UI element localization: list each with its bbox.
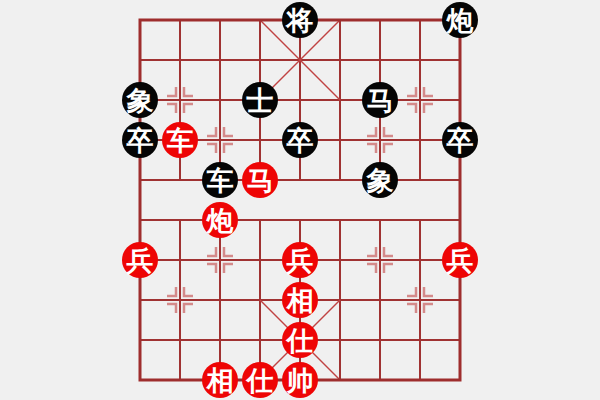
piece-black-soldier[interactable]: 卒 xyxy=(122,122,158,158)
piece-black-soldier[interactable]: 卒 xyxy=(282,122,318,158)
piece-black-elephant[interactable]: 象 xyxy=(362,162,398,198)
piece-black-soldier[interactable]: 卒 xyxy=(442,122,478,158)
piece-black-general[interactable]: 将 xyxy=(282,2,318,38)
piece-red-cannon[interactable]: 炮 xyxy=(202,202,238,238)
piece-red-soldier[interactable]: 兵 xyxy=(122,242,158,278)
piece-red-horse[interactable]: 马 xyxy=(242,162,278,198)
piece-red-elephant[interactable]: 相 xyxy=(282,282,318,318)
piece-red-chariot[interactable]: 车 xyxy=(162,122,198,158)
piece-red-soldier[interactable]: 兵 xyxy=(282,242,318,278)
xiangqi-app-window: 将炮象士马卒车卒卒车马象炮兵兵兵相仕相仕帅 xyxy=(0,0,600,400)
piece-black-cannon[interactable]: 炮 xyxy=(442,2,478,38)
piece-red-elephant[interactable]: 相 xyxy=(202,362,238,398)
piece-black-elephant[interactable]: 象 xyxy=(122,82,158,118)
piece-black-horse[interactable]: 马 xyxy=(362,82,398,118)
piece-black-chariot[interactable]: 车 xyxy=(202,162,238,198)
piece-red-general[interactable]: 帅 xyxy=(282,362,318,398)
piece-red-advisor[interactable]: 仕 xyxy=(242,362,278,398)
piece-black-advisor[interactable]: 士 xyxy=(242,82,278,118)
pieces-layer: 将炮象士马卒车卒卒车马象炮兵兵兵相仕相仕帅 xyxy=(120,0,480,400)
piece-red-soldier[interactable]: 兵 xyxy=(442,242,478,278)
piece-red-advisor[interactable]: 仕 xyxy=(282,322,318,358)
